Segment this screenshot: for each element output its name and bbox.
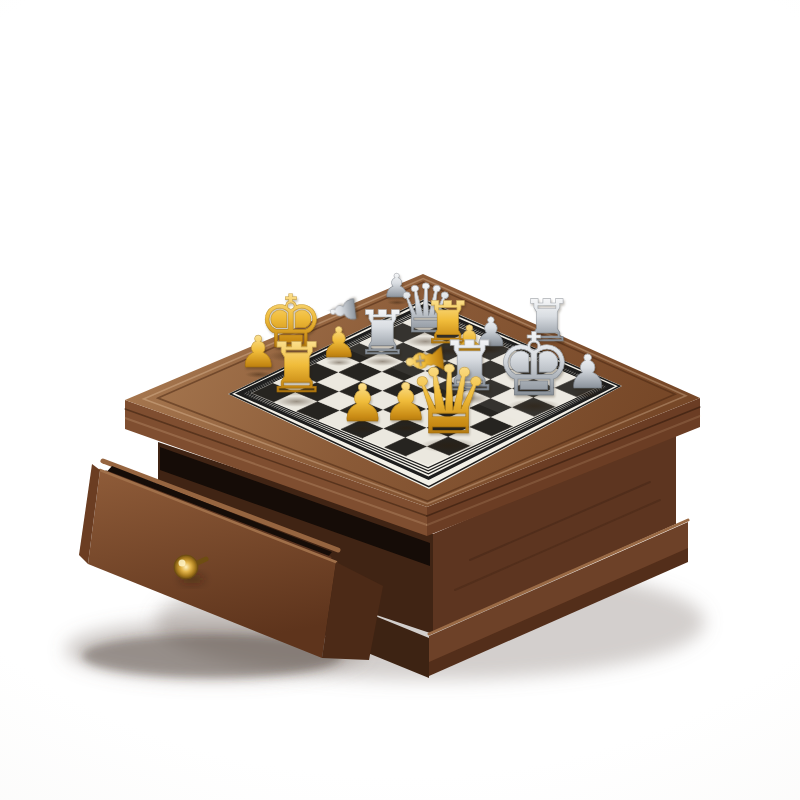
- knob-highlight: [179, 560, 186, 567]
- product-photo-stage: ♟♟♛♜♟♜♚♟♝♜♟♟♟♜♜♚♟♟♛: [0, 0, 800, 800]
- brass-knob: [174, 555, 198, 579]
- chess-box-scene: [0, 0, 800, 800]
